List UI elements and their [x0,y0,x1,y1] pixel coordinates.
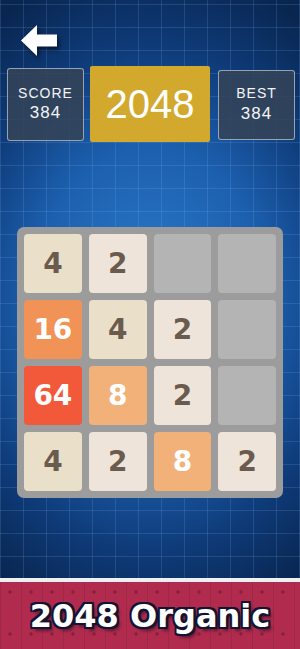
back-arrow-icon [20,47,58,62]
best-box: BEST 384 [218,70,295,140]
tile-r2c1: 16 [24,300,82,359]
title-box: 2048 [90,66,210,142]
tile-r1c1: 4 [24,234,82,293]
score-label: SCORE [18,84,73,103]
back-button[interactable] [18,22,60,62]
score-box: SCORE 384 [7,68,84,141]
tile-r3c3: 2 [154,366,212,425]
tile-r1c2: 2 [89,234,147,293]
game-board[interactable]: 42164264824282 [17,227,283,498]
tile-r1c3 [154,234,212,293]
tile-r2c4 [218,300,276,359]
bottom-banner[interactable]: 2048 Organic [0,582,300,649]
tile-r3c1: 64 [24,366,82,425]
tile-r4c3: 8 [154,432,212,491]
tile-r3c4 [218,366,276,425]
tile-r4c4: 2 [218,432,276,491]
tile-r4c1: 4 [24,432,82,491]
tile-r3c2: 8 [89,366,147,425]
game-screen: SCORE 384 2048 BEST 384 42164264824282 2… [0,0,300,649]
banner-title: 2048 Organic [30,597,270,635]
tile-r4c2: 2 [89,432,147,491]
tile-r2c3: 2 [154,300,212,359]
score-value: 384 [30,102,61,125]
tile-r1c4 [218,234,276,293]
title-text: 2048 [106,82,195,127]
best-value: 384 [241,103,272,126]
tile-r2c2: 4 [89,300,147,359]
best-label: BEST [236,84,277,103]
